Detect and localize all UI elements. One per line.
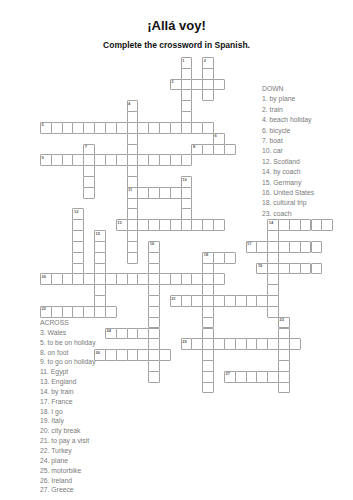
crossword-cell[interactable] bbox=[202, 122, 214, 134]
clue-item: 4. beach holiday bbox=[262, 115, 314, 125]
clue-item: 8. on foot bbox=[40, 348, 96, 358]
crossword-cell[interactable] bbox=[300, 241, 312, 253]
crossword-cell[interactable] bbox=[300, 263, 312, 275]
clue-item: 16. United States bbox=[262, 188, 314, 198]
crossword-cell[interactable] bbox=[224, 144, 236, 156]
crossword-cell[interactable] bbox=[202, 360, 214, 372]
clue-item: 14. by train bbox=[40, 387, 96, 397]
crossword-cell[interactable] bbox=[105, 273, 117, 285]
clue-item: 25. motorbike bbox=[40, 466, 96, 476]
crossword-cell[interactable] bbox=[51, 122, 63, 134]
crossword-cell[interactable] bbox=[51, 154, 63, 166]
crossword-cell[interactable] bbox=[202, 371, 214, 383]
crossword-cell[interactable] bbox=[170, 295, 182, 307]
crossword-cell[interactable] bbox=[202, 382, 214, 394]
crossword-cell[interactable] bbox=[321, 219, 333, 231]
crossword-cell[interactable] bbox=[170, 154, 182, 166]
clue-item: 5. to be on holiday bbox=[40, 338, 96, 348]
clue-item: 1. by plane bbox=[262, 94, 314, 104]
clue-item: 14. by coach bbox=[262, 167, 314, 177]
down-header: DOWN bbox=[262, 84, 314, 94]
crossword-worksheet: { "game": "crossword", "header": { "titl… bbox=[0, 0, 353, 500]
crossword-cell[interactable] bbox=[181, 187, 193, 199]
clue-item: 18. cultural trip bbox=[262, 198, 314, 208]
crossword-cell[interactable] bbox=[148, 306, 160, 318]
crossword-cell[interactable] bbox=[202, 68, 214, 80]
crossword-cell[interactable] bbox=[267, 252, 279, 264]
crossword-cell[interactable] bbox=[148, 241, 160, 253]
clue-item: 11. Egypt bbox=[40, 367, 96, 377]
clue-item: 24. plane bbox=[40, 456, 96, 466]
crossword-cell[interactable] bbox=[170, 219, 182, 231]
crossword-cell[interactable] bbox=[105, 154, 117, 166]
crossword-cell[interactable] bbox=[224, 295, 236, 307]
clue-item: 9. to go on holiday bbox=[40, 357, 96, 367]
crossword-cell[interactable] bbox=[170, 273, 182, 285]
crossword-cell[interactable] bbox=[116, 273, 128, 285]
crossword-cell[interactable] bbox=[159, 349, 171, 361]
crossword-cell[interactable] bbox=[181, 154, 193, 166]
crossword-cell[interactable] bbox=[202, 89, 214, 101]
clue-item: 3. Wales bbox=[40, 328, 96, 338]
clue-item: 21. to pay a visit bbox=[40, 436, 96, 446]
crossword-cell[interactable] bbox=[278, 360, 290, 372]
crossword-cell[interactable] bbox=[289, 263, 301, 275]
crossword-cell[interactable] bbox=[105, 349, 117, 361]
clue-item: 15. Germany bbox=[262, 178, 314, 188]
crossword-cell[interactable] bbox=[116, 328, 128, 340]
crossword-cell[interactable] bbox=[170, 187, 182, 199]
crossword-cell[interactable] bbox=[224, 338, 236, 350]
crossword-cell[interactable] bbox=[213, 79, 225, 91]
page-title: ¡Allá voy! bbox=[0, 18, 353, 33]
crossword-cell[interactable] bbox=[127, 133, 139, 145]
clue-item: 2. train bbox=[262, 105, 314, 115]
crossword-cell[interactable] bbox=[202, 306, 214, 318]
crossword-cell[interactable] bbox=[148, 360, 160, 372]
crossword-cell[interactable] bbox=[289, 338, 301, 350]
crossword-cell[interactable] bbox=[148, 371, 160, 383]
crossword-cell[interactable] bbox=[116, 219, 128, 231]
crossword-cell[interactable] bbox=[105, 328, 117, 340]
crossword-cell[interactable] bbox=[213, 133, 225, 145]
clue-item: 6. bicycle bbox=[262, 126, 314, 136]
crossword-cell[interactable] bbox=[51, 306, 63, 318]
crossword-cell[interactable] bbox=[72, 241, 84, 253]
clue-item: 19. Italy bbox=[40, 416, 96, 426]
crossword-cell[interactable] bbox=[51, 273, 63, 285]
down-clues-list: DOWN 1. by plane2. train4. beach holiday… bbox=[262, 84, 314, 219]
crossword-cell[interactable] bbox=[181, 68, 193, 80]
page-subtitle: Complete the crossword in Spanish. bbox=[0, 40, 353, 50]
crossword-cell[interactable] bbox=[148, 317, 160, 329]
across-clues-list: ACROSS 3. Wales5. to be on holiday8. on … bbox=[40, 318, 96, 495]
clue-item: 7. boat bbox=[262, 136, 314, 146]
crossword-cell[interactable] bbox=[311, 263, 323, 275]
clue-item: 20. city break bbox=[40, 426, 96, 436]
crossword-cell[interactable] bbox=[213, 273, 225, 285]
crossword-cell[interactable] bbox=[278, 371, 290, 383]
crossword-cell[interactable] bbox=[213, 219, 225, 231]
crossword-cell[interactable] bbox=[278, 382, 290, 394]
crossword-cell[interactable] bbox=[278, 317, 290, 329]
crossword-cell[interactable] bbox=[116, 349, 128, 361]
clue-item: 23. coach bbox=[262, 209, 314, 219]
crossword-cell[interactable] bbox=[170, 79, 182, 91]
crossword-cell[interactable] bbox=[116, 122, 128, 134]
crossword-cell[interactable] bbox=[72, 252, 84, 264]
clue-item: 13. England bbox=[40, 377, 96, 387]
crossword-cell[interactable] bbox=[235, 371, 247, 383]
crossword-cell[interactable] bbox=[105, 306, 117, 318]
across-header: ACROSS bbox=[40, 318, 96, 328]
crossword-cell[interactable] bbox=[300, 219, 312, 231]
crossword-cell[interactable] bbox=[289, 241, 301, 253]
crossword-cell[interactable] bbox=[224, 371, 236, 383]
crossword-cell[interactable] bbox=[127, 252, 139, 264]
crossword-cell[interactable] bbox=[311, 241, 323, 253]
crossword-cell[interactable] bbox=[127, 241, 139, 253]
crossword-cell[interactable] bbox=[94, 241, 106, 253]
crossword-cell[interactable] bbox=[235, 295, 247, 307]
crossword-cell[interactable] bbox=[105, 122, 117, 134]
clue-item: 10. car bbox=[262, 146, 314, 156]
clue-item: 27. Greece bbox=[40, 485, 96, 495]
crossword-cell[interactable] bbox=[202, 317, 214, 329]
clue-item: 17. France bbox=[40, 397, 96, 407]
clue-item: 18. I go bbox=[40, 407, 96, 417]
crossword-cell[interactable] bbox=[267, 306, 279, 318]
clue-item: 26. Ireland bbox=[40, 476, 96, 486]
crossword-cell[interactable] bbox=[224, 252, 236, 264]
crossword-cell[interactable] bbox=[148, 252, 160, 264]
crossword-cell[interactable] bbox=[235, 338, 247, 350]
crossword-cell[interactable] bbox=[289, 219, 301, 231]
crossword-cell[interactable] bbox=[170, 122, 182, 134]
crossword-cell[interactable] bbox=[94, 252, 106, 264]
clue-item: 22. Turkey bbox=[40, 446, 96, 456]
clue-item: 12. Scotland bbox=[262, 157, 314, 167]
crossword-cell[interactable] bbox=[116, 154, 128, 166]
crossword-cell[interactable] bbox=[83, 187, 95, 199]
